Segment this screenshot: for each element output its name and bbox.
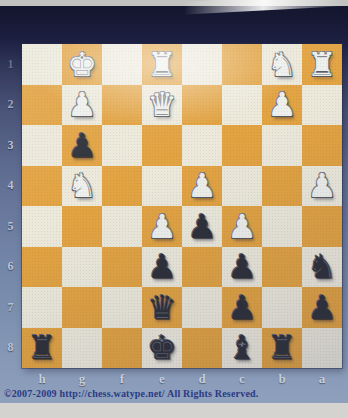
square-a2[interactable]	[302, 85, 342, 126]
rank-label-1: 1	[0, 44, 21, 85]
file-label-g: g	[62, 371, 102, 387]
screen-photo: 12345678 ♚♜♞♜♟♛♟♟♞♟♟♟♟♟♟♟♞♛♟♟♜♚♝♜ hgfedc…	[0, 0, 348, 418]
square-g3[interactable]: ♟	[62, 125, 102, 166]
piece-black-pawn[interactable]: ♟	[147, 250, 177, 283]
square-a1[interactable]: ♜	[302, 44, 342, 85]
square-b4[interactable]	[262, 166, 302, 207]
square-e8[interactable]: ♚	[142, 328, 182, 369]
square-d5[interactable]: ♟	[182, 206, 222, 247]
square-c2[interactable]	[222, 85, 262, 126]
square-c5[interactable]: ♟	[222, 206, 262, 247]
square-e3[interactable]	[142, 125, 182, 166]
piece-black-rook[interactable]: ♜	[267, 331, 297, 364]
square-h8[interactable]: ♜	[22, 328, 62, 369]
square-a4[interactable]: ♟	[302, 166, 342, 207]
square-a7[interactable]: ♟	[302, 287, 342, 328]
rank-label-5: 5	[0, 206, 21, 247]
square-f7[interactable]	[102, 287, 142, 328]
square-b8[interactable]: ♜	[262, 328, 302, 369]
square-b5[interactable]	[262, 206, 302, 247]
square-g7[interactable]	[62, 287, 102, 328]
piece-white-pawn[interactable]: ♟	[187, 169, 217, 202]
piece-black-bishop[interactable]: ♝	[227, 331, 257, 364]
copyright-text: ©2007-2009 http://chess.watype.net/ All …	[4, 388, 346, 399]
square-g2[interactable]: ♟	[62, 85, 102, 126]
square-c3[interactable]	[222, 125, 262, 166]
square-h4[interactable]	[22, 166, 62, 207]
piece-black-pawn[interactable]: ♟	[67, 129, 97, 162]
square-e6[interactable]: ♟	[142, 247, 182, 288]
rank-label-2: 2	[0, 85, 21, 126]
square-f3[interactable]	[102, 125, 142, 166]
square-g4[interactable]: ♞	[62, 166, 102, 207]
file-label-h: h	[22, 371, 62, 387]
square-f5[interactable]	[102, 206, 142, 247]
square-g5[interactable]	[62, 206, 102, 247]
chess-app-window: 12345678 ♚♜♞♜♟♛♟♟♞♟♟♟♟♟♟♟♞♛♟♟♜♚♝♜ hgfedc…	[0, 6, 348, 403]
square-h7[interactable]	[22, 287, 62, 328]
piece-black-king[interactable]: ♚	[147, 331, 177, 364]
piece-black-rook[interactable]: ♜	[27, 331, 57, 364]
file-label-a: a	[302, 371, 342, 387]
square-b3[interactable]	[262, 125, 302, 166]
piece-white-knight[interactable]: ♞	[267, 48, 297, 81]
square-b7[interactable]	[262, 287, 302, 328]
square-g8[interactable]	[62, 328, 102, 369]
square-g6[interactable]	[62, 247, 102, 288]
file-label-f: f	[102, 371, 142, 387]
square-a5[interactable]	[302, 206, 342, 247]
piece-white-pawn[interactable]: ♟	[307, 169, 337, 202]
piece-white-pawn[interactable]: ♟	[147, 210, 177, 243]
piece-white-knight[interactable]: ♞	[67, 169, 97, 202]
rank-label-8: 8	[0, 328, 21, 369]
square-f4[interactable]	[102, 166, 142, 207]
square-f6[interactable]	[102, 247, 142, 288]
square-a8[interactable]	[302, 328, 342, 369]
square-b6[interactable]	[262, 247, 302, 288]
file-label-d: d	[182, 371, 222, 387]
square-h1[interactable]	[22, 44, 62, 85]
square-c8[interactable]: ♝	[222, 328, 262, 369]
piece-black-pawn[interactable]: ♟	[307, 291, 337, 324]
piece-white-pawn[interactable]: ♟	[67, 88, 97, 121]
square-h5[interactable]	[22, 206, 62, 247]
rank-label-6: 6	[0, 247, 21, 288]
square-f8[interactable]	[102, 328, 142, 369]
piece-white-pawn[interactable]: ♟	[267, 88, 297, 121]
square-f1[interactable]	[102, 44, 142, 85]
file-labels: hgfedcba	[22, 371, 342, 387]
square-e2[interactable]: ♛	[142, 85, 182, 126]
piece-black-queen[interactable]: ♛	[147, 291, 177, 324]
square-d6[interactable]	[182, 247, 222, 288]
square-d2[interactable]	[182, 85, 222, 126]
square-d3[interactable]	[182, 125, 222, 166]
photo-margin-bottom	[0, 403, 348, 418]
square-c4[interactable]	[222, 166, 262, 207]
piece-black-pawn[interactable]: ♟	[187, 210, 217, 243]
piece-white-queen[interactable]: ♛	[147, 88, 177, 121]
square-a3[interactable]	[302, 125, 342, 166]
square-h2[interactable]	[22, 85, 62, 126]
square-e1[interactable]: ♜	[142, 44, 182, 85]
piece-black-pawn[interactable]: ♟	[227, 291, 257, 324]
piece-white-rook[interactable]: ♜	[307, 48, 337, 81]
square-a6[interactable]: ♞	[302, 247, 342, 288]
square-h6[interactable]	[22, 247, 62, 288]
square-e4[interactable]	[142, 166, 182, 207]
square-d4[interactable]: ♟	[182, 166, 222, 207]
rank-label-7: 7	[0, 287, 21, 328]
piece-black-pawn[interactable]: ♟	[227, 250, 257, 283]
file-label-b: b	[262, 371, 302, 387]
square-e7[interactable]: ♛	[142, 287, 182, 328]
square-g1[interactable]: ♚	[62, 44, 102, 85]
square-b2[interactable]: ♟	[262, 85, 302, 126]
piece-white-king[interactable]: ♚	[67, 48, 97, 81]
chess-board: ♚♜♞♜♟♛♟♟♞♟♟♟♟♟♟♟♞♛♟♟♜♚♝♜	[22, 44, 342, 368]
square-d8[interactable]	[182, 328, 222, 369]
file-label-e: e	[142, 371, 182, 387]
rank-label-3: 3	[0, 125, 21, 166]
square-f2[interactable]	[102, 85, 142, 126]
piece-white-pawn[interactable]: ♟	[227, 210, 257, 243]
square-d1[interactable]	[182, 44, 222, 85]
rank-label-4: 4	[0, 166, 21, 207]
square-d7[interactable]	[182, 287, 222, 328]
square-c7[interactable]: ♟	[222, 287, 262, 328]
square-c6[interactable]: ♟	[222, 247, 262, 288]
square-c1[interactable]	[222, 44, 262, 85]
square-h3[interactable]	[22, 125, 62, 166]
square-b1[interactable]: ♞	[262, 44, 302, 85]
square-e5[interactable]: ♟	[142, 206, 182, 247]
rank-labels: 12345678	[0, 44, 21, 368]
piece-black-knight[interactable]: ♞	[307, 250, 337, 283]
file-label-c: c	[222, 371, 262, 387]
piece-white-rook[interactable]: ♜	[147, 48, 177, 81]
